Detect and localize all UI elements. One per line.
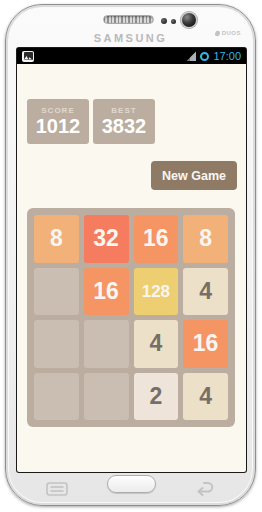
phone-screen: 17:00 SCORE 1012 BEST 3832 New Game 8321… [17, 48, 246, 472]
earpiece-speaker-grille [103, 15, 154, 24]
menu-key[interactable] [46, 482, 68, 496]
screenshot-notification-icon [22, 51, 34, 62]
empty-cell [84, 320, 129, 368]
tile-16: 16 [183, 320, 228, 368]
proximity-sensor-icon [161, 18, 167, 24]
front-camera-icon [182, 13, 196, 27]
duos-label: DUOS [222, 30, 241, 36]
screenshot-page: SAMSUNG DUOS 17:00 SCORE 1012 BEST 383 [0, 0, 262, 512]
duos-leaf-icon [214, 30, 221, 36]
new-game-button[interactable]: New Game [151, 161, 237, 190]
signal-strength-icon [186, 51, 196, 61]
app-screen: SCORE 1012 BEST 3832 New Game 8321681612… [17, 64, 246, 472]
status-bar: 17:00 [17, 48, 246, 64]
back-icon [195, 482, 215, 496]
tile-16: 16 [84, 268, 129, 316]
empty-cell [34, 268, 79, 316]
battery-circle-icon [200, 52, 209, 61]
light-sensor-icon [171, 19, 176, 24]
tile-128: 128 [134, 268, 179, 316]
best-label: BEST [111, 106, 136, 115]
tile-4: 4 [183, 268, 228, 316]
tile-4: 4 [183, 373, 228, 421]
empty-cell [34, 373, 79, 421]
tile-8: 8 [183, 215, 228, 263]
duos-badge: DUOS [215, 30, 241, 36]
score-box: SCORE 1012 [27, 99, 89, 144]
score-label: SCORE [41, 106, 74, 115]
tile-2: 2 [134, 373, 179, 421]
score-value: 1012 [36, 115, 81, 137]
home-button[interactable] [107, 475, 156, 493]
empty-cell [84, 373, 129, 421]
phone-frame: SAMSUNG DUOS 17:00 SCORE 1012 BEST 383 [5, 4, 256, 506]
tile-32: 32 [84, 215, 129, 263]
empty-cell [34, 320, 79, 368]
best-value: 3832 [102, 115, 147, 137]
tile-8: 8 [34, 215, 79, 263]
tile-16: 16 [134, 215, 179, 263]
back-key[interactable] [195, 482, 217, 496]
menu-icon [46, 482, 68, 496]
clock-text: 17:00 [213, 50, 241, 62]
board-grid[interactable]: 83216816128441624 [27, 208, 235, 427]
tile-4: 4 [134, 320, 179, 368]
best-box: BEST 3832 [93, 99, 155, 144]
